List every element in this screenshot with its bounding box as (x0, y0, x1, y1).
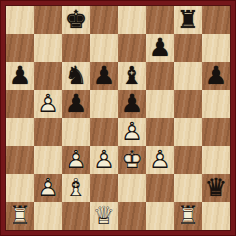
chess-board: ♚♜♟♟♞♟♝♟♟♙♟♟♟♙♟♙♟♙♚♔♟♙♟♙♝♗♛♜♖♛♕♜♖ (6, 6, 230, 230)
square-d4[interactable] (90, 118, 118, 146)
square-d1[interactable]: ♛♕ (90, 202, 118, 230)
square-d2[interactable] (90, 174, 118, 202)
square-b7[interactable] (34, 34, 62, 62)
square-f5[interactable] (146, 90, 174, 118)
square-b5[interactable]: ♟♙ (34, 90, 62, 118)
square-c1[interactable] (62, 202, 90, 230)
square-f7[interactable]: ♟ (146, 34, 174, 62)
square-e3[interactable]: ♚♔ (118, 146, 146, 174)
white-pawn-icon: ♟♙ (90, 146, 118, 174)
square-c7[interactable] (62, 34, 90, 62)
square-f6[interactable] (146, 62, 174, 90)
square-a8[interactable] (6, 6, 34, 34)
square-h8[interactable] (202, 6, 230, 34)
white-bishop-icon: ♝♗ (62, 174, 90, 202)
square-e1[interactable] (118, 202, 146, 230)
square-g6[interactable] (174, 62, 202, 90)
square-b6[interactable] (34, 62, 62, 90)
white-pawn-icon: ♟♙ (34, 90, 62, 118)
square-h6[interactable]: ♟ (202, 62, 230, 90)
square-e4[interactable]: ♟♙ (118, 118, 146, 146)
square-c6[interactable]: ♞ (62, 62, 90, 90)
black-queen-icon: ♛ (202, 174, 230, 202)
black-knight-icon: ♞ (62, 62, 90, 90)
square-g4[interactable] (174, 118, 202, 146)
white-rook-icon: ♜♖ (174, 202, 202, 230)
square-a4[interactable] (6, 118, 34, 146)
square-b4[interactable] (34, 118, 62, 146)
black-pawn-icon: ♟ (62, 90, 90, 118)
square-d7[interactable] (90, 34, 118, 62)
square-a6[interactable]: ♟ (6, 62, 34, 90)
square-a7[interactable] (6, 34, 34, 62)
square-g8[interactable]: ♜ (174, 6, 202, 34)
square-b1[interactable] (34, 202, 62, 230)
square-a5[interactable] (6, 90, 34, 118)
square-h5[interactable] (202, 90, 230, 118)
square-b2[interactable]: ♟♙ (34, 174, 62, 202)
white-pawn-icon: ♟♙ (118, 118, 146, 146)
black-pawn-icon: ♟ (118, 90, 146, 118)
white-rook-icon: ♜♖ (6, 202, 34, 230)
square-c5[interactable]: ♟ (62, 90, 90, 118)
square-c8[interactable]: ♚ (62, 6, 90, 34)
square-g3[interactable] (174, 146, 202, 174)
black-rook-icon: ♜ (174, 6, 202, 34)
black-pawn-icon: ♟ (202, 62, 230, 90)
square-d3[interactable]: ♟♙ (90, 146, 118, 174)
square-a3[interactable] (6, 146, 34, 174)
black-bishop-icon: ♝ (118, 62, 146, 90)
square-c3[interactable]: ♟♙ (62, 146, 90, 174)
square-b3[interactable] (34, 146, 62, 174)
square-f2[interactable] (146, 174, 174, 202)
square-h7[interactable] (202, 34, 230, 62)
white-pawn-icon: ♟♙ (146, 146, 174, 174)
square-f8[interactable] (146, 6, 174, 34)
square-a1[interactable]: ♜♖ (6, 202, 34, 230)
square-f3[interactable]: ♟♙ (146, 146, 174, 174)
white-pawn-icon: ♟♙ (34, 174, 62, 202)
square-h4[interactable] (202, 118, 230, 146)
square-h3[interactable] (202, 146, 230, 174)
square-d6[interactable]: ♟ (90, 62, 118, 90)
square-e8[interactable] (118, 6, 146, 34)
square-g1[interactable]: ♜♖ (174, 202, 202, 230)
black-king-icon: ♚ (62, 6, 90, 34)
black-pawn-icon: ♟ (6, 62, 34, 90)
square-e5[interactable]: ♟ (118, 90, 146, 118)
black-pawn-icon: ♟ (90, 62, 118, 90)
chess-board-frame: ♚♜♟♟♞♟♝♟♟♙♟♟♟♙♟♙♟♙♚♔♟♙♟♙♝♗♛♜♖♛♕♜♖ (0, 0, 236, 236)
square-g2[interactable] (174, 174, 202, 202)
square-e6[interactable]: ♝ (118, 62, 146, 90)
square-h1[interactable] (202, 202, 230, 230)
white-king-icon: ♚♔ (118, 146, 146, 174)
square-f1[interactable] (146, 202, 174, 230)
square-b8[interactable] (34, 6, 62, 34)
square-a2[interactable] (6, 174, 34, 202)
square-c4[interactable] (62, 118, 90, 146)
square-e2[interactable] (118, 174, 146, 202)
black-pawn-icon: ♟ (146, 34, 174, 62)
square-g7[interactable] (174, 34, 202, 62)
square-f4[interactable] (146, 118, 174, 146)
square-g5[interactable] (174, 90, 202, 118)
square-d5[interactable] (90, 90, 118, 118)
white-pawn-icon: ♟♙ (62, 146, 90, 174)
square-e7[interactable] (118, 34, 146, 62)
white-queen-icon: ♛♕ (90, 202, 118, 230)
square-h2[interactable]: ♛ (202, 174, 230, 202)
square-c2[interactable]: ♝♗ (62, 174, 90, 202)
square-d8[interactable] (90, 6, 118, 34)
